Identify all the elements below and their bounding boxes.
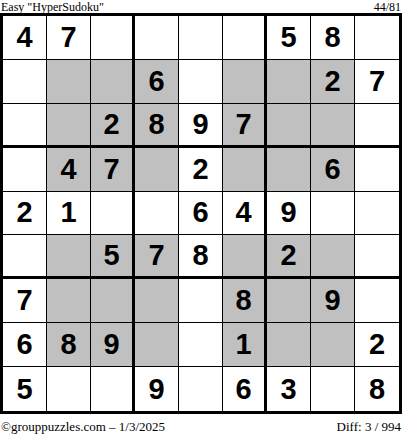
cell-r4c8[interactable]: 6 [311,148,355,192]
cell-r7c6[interactable]: 8 [223,279,267,323]
header: Easy "HyperSudoku" 44/81 [0,0,402,13]
puzzle-title: Easy "HyperSudoku" [1,1,104,13]
cell-r1c2[interactable]: 7 [47,16,91,60]
cell-r5c9[interactable] [355,192,399,236]
cell-r1c6[interactable] [223,16,267,60]
cell-r2c9[interactable]: 7 [355,60,399,104]
empty-cell-counter: 44/81 [374,1,401,13]
cell-r6c7[interactable]: 2 [267,235,311,279]
cell-r3c8[interactable] [311,104,355,148]
cell-r3c5[interactable]: 9 [179,104,223,148]
cell-r8c9[interactable]: 2 [355,323,399,367]
cell-r9c5[interactable] [179,367,223,411]
cell-r2c5[interactable] [179,60,223,104]
cell-r6c2[interactable] [47,235,91,279]
cell-r9c3[interactable] [91,367,135,411]
cell-r6c9[interactable] [355,235,399,279]
cell-r4c6[interactable] [223,148,267,192]
cell-r4c4[interactable] [135,148,179,192]
cell-r6c4[interactable]: 7 [135,235,179,279]
cell-r7c8[interactable]: 9 [311,279,355,323]
cell-r3c7[interactable] [267,104,311,148]
cell-r7c1[interactable]: 7 [3,279,47,323]
cell-r5c1[interactable]: 2 [3,192,47,236]
cell-r5c2[interactable]: 1 [47,192,91,236]
cell-r1c9[interactable] [355,16,399,60]
cell-r8c5[interactable] [179,323,223,367]
cell-r2c7[interactable] [267,60,311,104]
cell-r3c9[interactable] [355,104,399,148]
cell-r7c7[interactable] [267,279,311,323]
cell-r7c4[interactable] [135,279,179,323]
cell-r9c8[interactable] [311,367,355,411]
cell-r3c1[interactable] [3,104,47,148]
cell-r2c2[interactable] [47,60,91,104]
cell-r5c7[interactable]: 9 [267,192,311,236]
cell-r9c7[interactable]: 3 [267,367,311,411]
cell-r6c6[interactable] [223,235,267,279]
cell-r1c8[interactable]: 8 [311,16,355,60]
cell-r6c8[interactable] [311,235,355,279]
cell-r2c6[interactable] [223,60,267,104]
cell-r2c3[interactable] [91,60,135,104]
cell-r4c3[interactable]: 7 [91,148,135,192]
cell-r2c1[interactable] [3,60,47,104]
cell-r5c5[interactable]: 6 [179,192,223,236]
cell-r7c3[interactable] [91,279,135,323]
cell-r9c6[interactable]: 6 [223,367,267,411]
cell-r9c9[interactable]: 8 [355,367,399,411]
cell-r5c4[interactable] [135,192,179,236]
cell-r1c7[interactable]: 5 [267,16,311,60]
cell-r5c6[interactable]: 4 [223,192,267,236]
cell-r3c2[interactable] [47,104,91,148]
cell-r9c1[interactable]: 5 [3,367,47,411]
cell-r8c7[interactable] [267,323,311,367]
cell-r1c1[interactable]: 4 [3,16,47,60]
footer: ©grouppuzzles.com – 1/3/2025 Diff: 3 / 9… [0,414,402,437]
difficulty-text: Diff: 3 / 994 [337,420,401,434]
cell-r4c7[interactable] [267,148,311,192]
copyright-text: ©grouppuzzles.com – 1/3/2025 [1,420,165,434]
cell-r6c5[interactable]: 8 [179,235,223,279]
cell-r8c4[interactable] [135,323,179,367]
cell-r1c5[interactable] [179,16,223,60]
cell-r1c3[interactable] [91,16,135,60]
cell-r4c9[interactable] [355,148,399,192]
cell-r3c3[interactable]: 2 [91,104,135,148]
sudoku-board: 4758627289747262164957827896891259638 [0,13,402,414]
cell-r9c4[interactable]: 9 [135,367,179,411]
cell-r3c4[interactable]: 8 [135,104,179,148]
cell-r6c1[interactable] [3,235,47,279]
cell-r8c1[interactable]: 6 [3,323,47,367]
cell-r7c9[interactable] [355,279,399,323]
cell-r8c3[interactable]: 9 [91,323,135,367]
cell-r2c8[interactable]: 2 [311,60,355,104]
cell-r5c8[interactable] [311,192,355,236]
cell-r8c6[interactable]: 1 [223,323,267,367]
cell-r4c5[interactable]: 2 [179,148,223,192]
cell-r4c2[interactable]: 4 [47,148,91,192]
cell-r4c1[interactable] [3,148,47,192]
cell-r6c3[interactable]: 5 [91,235,135,279]
cell-r5c3[interactable] [91,192,135,236]
cell-r8c8[interactable] [311,323,355,367]
cell-r9c2[interactable] [47,367,91,411]
cell-r3c6[interactable]: 7 [223,104,267,148]
cell-r2c4[interactable]: 6 [135,60,179,104]
cell-r1c4[interactable] [135,16,179,60]
cell-r7c5[interactable] [179,279,223,323]
cell-r7c2[interactable] [47,279,91,323]
cell-r8c2[interactable]: 8 [47,323,91,367]
